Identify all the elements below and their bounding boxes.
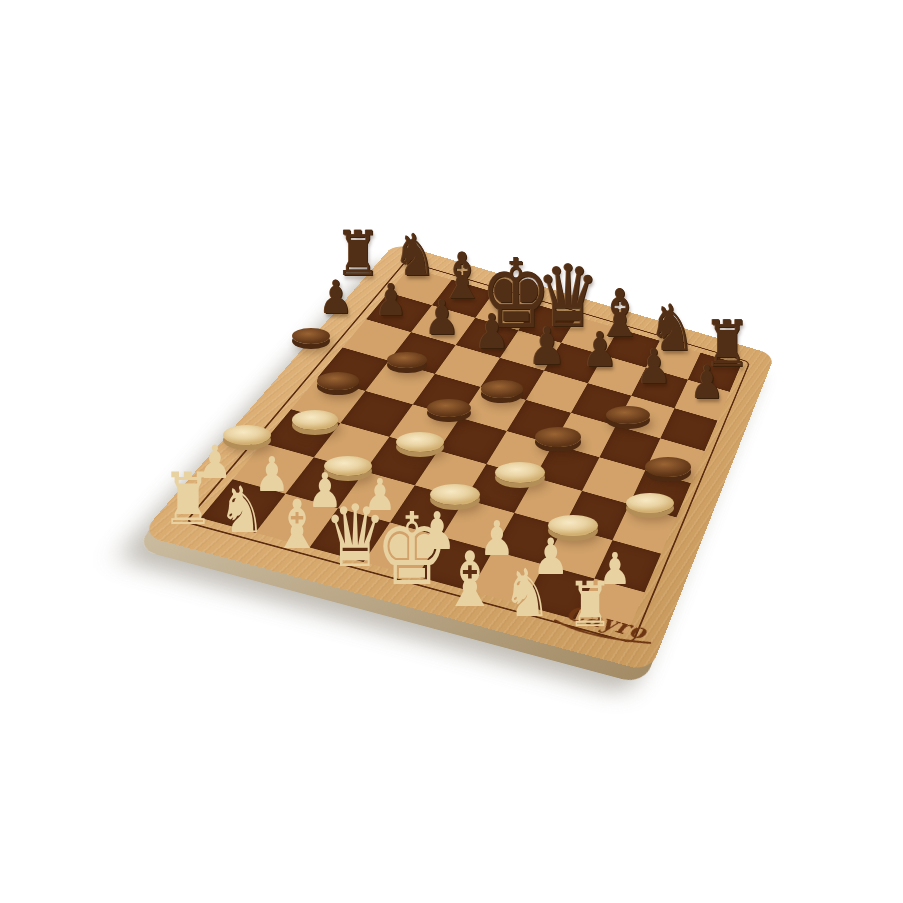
product-photo: Cayro ♜♞♝♚♛♝♞♜♟♟♟♟♟♟♟♟♜♞♝♛♚♝♞♜♟♟♟♟♟♟♟♟ <box>0 0 903 903</box>
chess-checkers-board: Cayro <box>140 243 775 672</box>
